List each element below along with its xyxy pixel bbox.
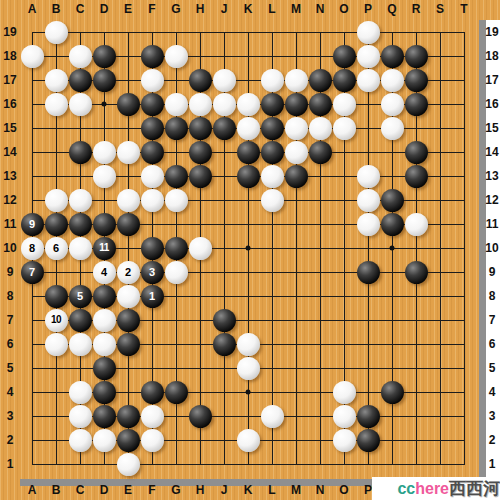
right-row-label: 18: [485, 49, 498, 63]
black-stone-E16: [117, 93, 140, 116]
black-stone-H15: [189, 117, 212, 140]
white-stone-N15: [309, 117, 332, 140]
white-stone-D13: [93, 165, 116, 188]
black-stone-F14: [141, 141, 164, 164]
white-stone-B10: 6: [45, 237, 68, 260]
white-stone-D2: [93, 429, 116, 452]
white-stone-L3: [261, 405, 284, 428]
bottom-col-label: P: [364, 483, 372, 497]
top-col-label: K: [244, 2, 253, 16]
black-stone-R13: [405, 165, 428, 188]
white-stone-H10: [189, 237, 212, 260]
white-stone-C2: [69, 429, 92, 452]
black-stone-J15: [213, 117, 236, 140]
white-stone-M17: [285, 69, 308, 92]
left-row-label: 5: [7, 361, 14, 375]
left-row-label: 10: [3, 241, 16, 255]
white-stone-C6: [69, 333, 92, 356]
left-row-label: 6: [7, 337, 14, 351]
black-stone-D18: [93, 45, 116, 68]
black-stone-K14: [237, 141, 260, 164]
right-row-label: 3: [489, 409, 496, 423]
white-stone-F2: [141, 429, 164, 452]
top-col-label: N: [316, 2, 325, 16]
bottom-col-label: K: [244, 483, 253, 497]
left-row-label: 9: [7, 265, 14, 279]
black-stone-E2: [117, 429, 140, 452]
black-stone-D3: [93, 405, 116, 428]
black-stone-D5: [93, 357, 116, 380]
white-stone-F17: [141, 69, 164, 92]
black-stone-C14: [69, 141, 92, 164]
black-stone-E7: [117, 309, 140, 332]
black-stone-R16: [405, 93, 428, 116]
black-stone-G13: [165, 165, 188, 188]
black-stone-R17: [405, 69, 428, 92]
black-stone-F4: [141, 381, 164, 404]
top-col-label: D: [100, 2, 109, 16]
watermark-cc: cc: [397, 480, 415, 498]
black-stone-R18: [405, 45, 428, 68]
black-stone-R14: [405, 141, 428, 164]
white-stone-R11: [405, 213, 428, 236]
black-stone-F16: [141, 93, 164, 116]
white-stone-K16: [237, 93, 260, 116]
left-row-label: 16: [3, 97, 16, 111]
bottom-col-label: J: [221, 483, 228, 497]
white-stone-E1: [117, 453, 140, 476]
white-stone-K2: [237, 429, 260, 452]
white-stone-D9: 4: [93, 261, 116, 284]
black-stone-R9: [405, 261, 428, 284]
bottom-col-label: D: [100, 483, 109, 497]
white-stone-D7: [93, 309, 116, 332]
black-stone-N16: [309, 93, 332, 116]
right-row-label: 7: [489, 313, 496, 327]
white-stone-Q16: [381, 93, 404, 116]
white-stone-G12: [165, 189, 188, 212]
black-stone-G4: [165, 381, 188, 404]
top-col-label: Q: [387, 2, 396, 16]
left-row-label: 13: [3, 169, 16, 183]
top-col-label: J: [221, 2, 228, 16]
black-stone-L15: [261, 117, 284, 140]
star-point: [390, 246, 395, 251]
white-stone-Q17: [381, 69, 404, 92]
white-stone-D6: [93, 333, 116, 356]
star-point: [102, 102, 107, 107]
black-stone-M16: [285, 93, 308, 116]
black-stone-H14: [189, 141, 212, 164]
black-stone-D17: [93, 69, 116, 92]
right-row-label: 13: [485, 169, 498, 183]
white-stone-P19: [357, 21, 380, 44]
black-stone-D11: [93, 213, 116, 236]
top-col-label: A: [28, 2, 37, 16]
white-stone-P12: [357, 189, 380, 212]
black-stone-D4: [93, 381, 116, 404]
white-stone-C12: [69, 189, 92, 212]
black-stone-J7: [213, 309, 236, 332]
white-stone-C4: [69, 381, 92, 404]
black-stone-D10: 11: [93, 237, 116, 260]
top-col-label: H: [196, 2, 205, 16]
black-stone-N14: [309, 141, 332, 164]
right-row-label: 10: [485, 241, 498, 255]
white-stone-P13: [357, 165, 380, 188]
white-stone-F13: [141, 165, 164, 188]
black-stone-B11: [45, 213, 68, 236]
white-stone-C18: [69, 45, 92, 68]
right-row-label: 9: [489, 265, 496, 279]
black-stone-L16: [261, 93, 284, 116]
top-col-label: O: [339, 2, 348, 16]
black-stone-C8: 5: [69, 285, 92, 308]
white-stone-E9: 2: [117, 261, 140, 284]
white-stone-B6: [45, 333, 68, 356]
black-stone-A11: 9: [21, 213, 44, 236]
black-stone-F15: [141, 117, 164, 140]
black-stone-P9: [357, 261, 380, 284]
right-row-label: 12: [485, 193, 498, 207]
black-stone-Q18: [381, 45, 404, 68]
star-point: [246, 390, 251, 395]
black-stone-L14: [261, 141, 284, 164]
white-stone-K6: [237, 333, 260, 356]
left-row-label: 12: [3, 193, 16, 207]
white-stone-K15: [237, 117, 260, 140]
bottom-col-label: A: [28, 483, 37, 497]
white-stone-H16: [189, 93, 212, 116]
top-col-label: G: [171, 2, 180, 16]
white-stone-B7: 10: [45, 309, 68, 332]
black-stone-G15: [165, 117, 188, 140]
right-row-label: 2: [489, 433, 496, 447]
black-stone-N17: [309, 69, 332, 92]
watermark-here: here: [415, 480, 449, 498]
white-stone-J17: [213, 69, 236, 92]
white-stone-O2: [333, 429, 356, 452]
top-col-label: T: [460, 2, 467, 16]
black-stone-D8: [93, 285, 116, 308]
top-col-label: P: [364, 2, 372, 16]
white-stone-C16: [69, 93, 92, 116]
white-stone-P11: [357, 213, 380, 236]
right-row-label: 15: [485, 121, 498, 135]
black-stone-P3: [357, 405, 380, 428]
right-row-label: 4: [489, 385, 496, 399]
white-stone-O16: [333, 93, 356, 116]
right-row-label: 17: [485, 73, 498, 87]
white-stone-E12: [117, 189, 140, 212]
black-stone-Q11: [381, 213, 404, 236]
black-stone-C11: [69, 213, 92, 236]
white-stone-A18: [21, 45, 44, 68]
black-stone-H13: [189, 165, 212, 188]
left-row-label: 17: [3, 73, 16, 87]
black-stone-F9: 3: [141, 261, 164, 284]
right-row-label: 19: [485, 25, 498, 39]
top-col-label: S: [436, 2, 444, 16]
left-row-label: 4: [7, 385, 14, 399]
bottom-col-label: H: [196, 483, 205, 497]
white-stone-O4: [333, 381, 356, 404]
white-stone-D14: [93, 141, 116, 164]
black-stone-M13: [285, 165, 308, 188]
black-stone-H17: [189, 69, 212, 92]
white-stone-K5: [237, 357, 260, 380]
right-row-label: 6: [489, 337, 496, 351]
white-stone-C10: [69, 237, 92, 260]
left-row-label: 18: [3, 49, 16, 63]
left-row-label: 15: [3, 121, 16, 135]
bottom-col-label: F: [148, 483, 155, 497]
bottom-col-label: E: [124, 483, 132, 497]
right-row-label: 1: [489, 457, 496, 471]
white-stone-Q15: [381, 117, 404, 140]
top-col-label: L: [268, 2, 275, 16]
right-row-label: 5: [489, 361, 496, 375]
black-stone-J6: [213, 333, 236, 356]
right-coordinate-strip: [486, 20, 500, 500]
black-stone-Q4: [381, 381, 404, 404]
white-stone-C3: [69, 405, 92, 428]
right-row-label: 11: [486, 217, 499, 231]
top-col-label: C: [76, 2, 85, 16]
top-col-label: B: [52, 2, 61, 16]
white-stone-B17: [45, 69, 68, 92]
top-col-label: F: [148, 2, 155, 16]
left-row-label: 19: [3, 25, 16, 39]
white-stone-G18: [165, 45, 188, 68]
bottom-col-label: L: [268, 483, 275, 497]
left-row-label: 1: [7, 457, 14, 471]
top-col-label: E: [124, 2, 132, 16]
white-stone-L17: [261, 69, 284, 92]
white-stone-A10: 8: [21, 237, 44, 260]
left-row-label: 14: [3, 145, 16, 159]
white-stone-B12: [45, 189, 68, 212]
black-stone-A9: 7: [21, 261, 44, 284]
black-stone-H3: [189, 405, 212, 428]
black-stone-K13: [237, 165, 260, 188]
black-stone-E6: [117, 333, 140, 356]
white-stone-J16: [213, 93, 236, 116]
black-stone-C17: [69, 69, 92, 92]
black-stone-O18: [333, 45, 356, 68]
bottom-col-label: M: [291, 483, 301, 497]
left-row-label: 2: [7, 433, 14, 447]
left-row-label: 7: [7, 313, 14, 327]
black-stone-E3: [117, 405, 140, 428]
white-stone-M15: [285, 117, 308, 140]
bottom-col-label: O: [339, 483, 348, 497]
black-stone-O17: [333, 69, 356, 92]
go-board-diagram: AABBCCDDEEFFGGHHJJKKLLMMNNOOPPQQRRSSTT19…: [0, 0, 500, 500]
black-stone-Q12: [381, 189, 404, 212]
black-stone-P2: [357, 429, 380, 452]
right-row-label: 14: [485, 145, 498, 159]
white-stone-G16: [165, 93, 188, 116]
black-stone-B8: [45, 285, 68, 308]
white-stone-O3: [333, 405, 356, 428]
black-stone-F8: 1: [141, 285, 164, 308]
white-stone-F3: [141, 405, 164, 428]
white-stone-E14: [117, 141, 140, 164]
watermark: cchere西西河: [372, 477, 500, 500]
left-row-label: 11: [4, 217, 17, 231]
watermark-xixihe: 西西河: [449, 477, 500, 500]
white-stone-B19: [45, 21, 68, 44]
bottom-col-label: C: [76, 483, 85, 497]
white-stone-L12: [261, 189, 284, 212]
bottom-col-label: N: [316, 483, 325, 497]
top-col-label: R: [412, 2, 421, 16]
black-stone-F18: [141, 45, 164, 68]
left-row-label: 8: [7, 289, 14, 303]
white-stone-O15: [333, 117, 356, 140]
right-row-label: 16: [485, 97, 498, 111]
top-col-label: M: [291, 2, 301, 16]
black-stone-F10: [141, 237, 164, 260]
black-stone-C7: [69, 309, 92, 332]
bottom-col-label: B: [52, 483, 61, 497]
black-stone-E11: [117, 213, 140, 236]
white-stone-G9: [165, 261, 188, 284]
left-row-label: 3: [7, 409, 14, 423]
white-stone-F12: [141, 189, 164, 212]
white-stone-M14: [285, 141, 308, 164]
white-stone-P17: [357, 69, 380, 92]
white-stone-L13: [261, 165, 284, 188]
white-stone-P18: [357, 45, 380, 68]
white-stone-B16: [45, 93, 68, 116]
bottom-col-label: G: [171, 483, 180, 497]
star-point: [246, 246, 251, 251]
right-row-label: 8: [489, 289, 496, 303]
white-stone-E8: [117, 285, 140, 308]
black-stone-G10: [165, 237, 188, 260]
